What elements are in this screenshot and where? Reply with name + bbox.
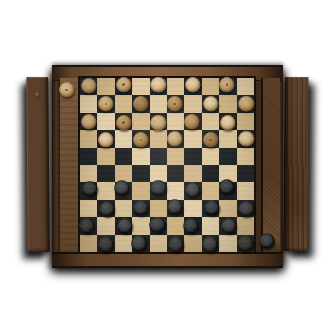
cell-r7c2[interactable] xyxy=(97,182,114,199)
cell-r5c7[interactable] xyxy=(184,148,201,165)
cell-r2c5[interactable] xyxy=(150,95,167,112)
cell-r7c4[interactable] xyxy=(132,182,149,199)
cell-r8c5[interactable] xyxy=(150,200,167,217)
cell-r6c4[interactable] xyxy=(132,165,149,182)
cell-r5c4[interactable] xyxy=(132,148,149,165)
cell-r1c4[interactable] xyxy=(132,78,149,95)
cell-r9c2[interactable] xyxy=(97,217,114,234)
cell-r5c8[interactable] xyxy=(202,148,219,165)
cell-r6c8[interactable] xyxy=(202,165,219,182)
cell-r4c5[interactable] xyxy=(150,130,167,147)
cell-r3c2[interactable] xyxy=(97,113,114,130)
cell-r1c10[interactable] xyxy=(237,78,254,95)
right-piece-tray xyxy=(261,78,280,252)
box-bottom-rail xyxy=(52,252,283,268)
wooden-game-box xyxy=(52,65,283,264)
cell-r4c7[interactable] xyxy=(184,130,201,147)
cell-r2c9[interactable] xyxy=(219,95,236,112)
cell-r10c1[interactable] xyxy=(80,235,97,252)
cell-r5c3[interactable] xyxy=(115,148,132,165)
cell-r7c10[interactable] xyxy=(237,182,254,199)
left-slide-lid-panel xyxy=(26,77,50,252)
cell-r4c3[interactable] xyxy=(115,130,132,147)
cell-r5c5[interactable] xyxy=(150,148,167,165)
box-left-wall xyxy=(52,65,60,264)
cell-r7c6[interactable] xyxy=(167,182,184,199)
cell-r5c2[interactable] xyxy=(97,148,114,165)
cell-r3c4[interactable] xyxy=(132,113,149,130)
checkers-set-photo-scene xyxy=(0,0,332,332)
cell-r5c6[interactable] xyxy=(167,148,184,165)
cell-r1c2[interactable] xyxy=(97,78,114,95)
cell-r7c8[interactable] xyxy=(202,182,219,199)
cell-r2c3[interactable] xyxy=(115,95,132,112)
cell-r9c4[interactable] xyxy=(132,217,149,234)
cell-r6c7[interactable] xyxy=(184,165,201,182)
cell-r8c3[interactable] xyxy=(115,200,132,217)
cell-r5c10[interactable] xyxy=(237,148,254,165)
cell-r3c8[interactable] xyxy=(202,113,219,130)
cell-r10c7[interactable] xyxy=(184,235,201,252)
cell-r10c3[interactable] xyxy=(115,235,132,252)
cell-r6c6[interactable] xyxy=(167,165,184,182)
cell-r2c7[interactable] xyxy=(184,95,201,112)
cell-r3c6[interactable] xyxy=(167,113,184,130)
cell-r8c1[interactable] xyxy=(80,200,97,217)
cell-r9c6[interactable] xyxy=(167,217,184,234)
cell-r10c9[interactable] xyxy=(219,235,236,252)
cell-r4c1[interactable] xyxy=(80,130,97,147)
left-piece-tray xyxy=(60,78,80,252)
cell-r2c1[interactable] xyxy=(80,95,97,112)
cell-r9c8[interactable] xyxy=(202,217,219,234)
cell-r1c8[interactable] xyxy=(202,78,219,95)
cell-r5c1[interactable] xyxy=(80,148,97,165)
checkers-board xyxy=(80,78,254,252)
cell-r8c9[interactable] xyxy=(219,200,236,217)
cell-r1c6[interactable] xyxy=(167,78,184,95)
cell-r6c2[interactable] xyxy=(97,165,114,182)
cell-r9c10[interactable] xyxy=(237,217,254,234)
right-slide-lid-panel xyxy=(283,77,308,251)
cell-r4c9[interactable] xyxy=(219,130,236,147)
cell-r3c10[interactable] xyxy=(237,113,254,130)
cell-r5c9[interactable] xyxy=(219,148,236,165)
cell-r10c5[interactable] xyxy=(150,235,167,252)
cell-r6c10[interactable] xyxy=(237,165,254,182)
cell-r6c1[interactable] xyxy=(80,165,97,182)
cell-r8c7[interactable] xyxy=(184,200,201,217)
